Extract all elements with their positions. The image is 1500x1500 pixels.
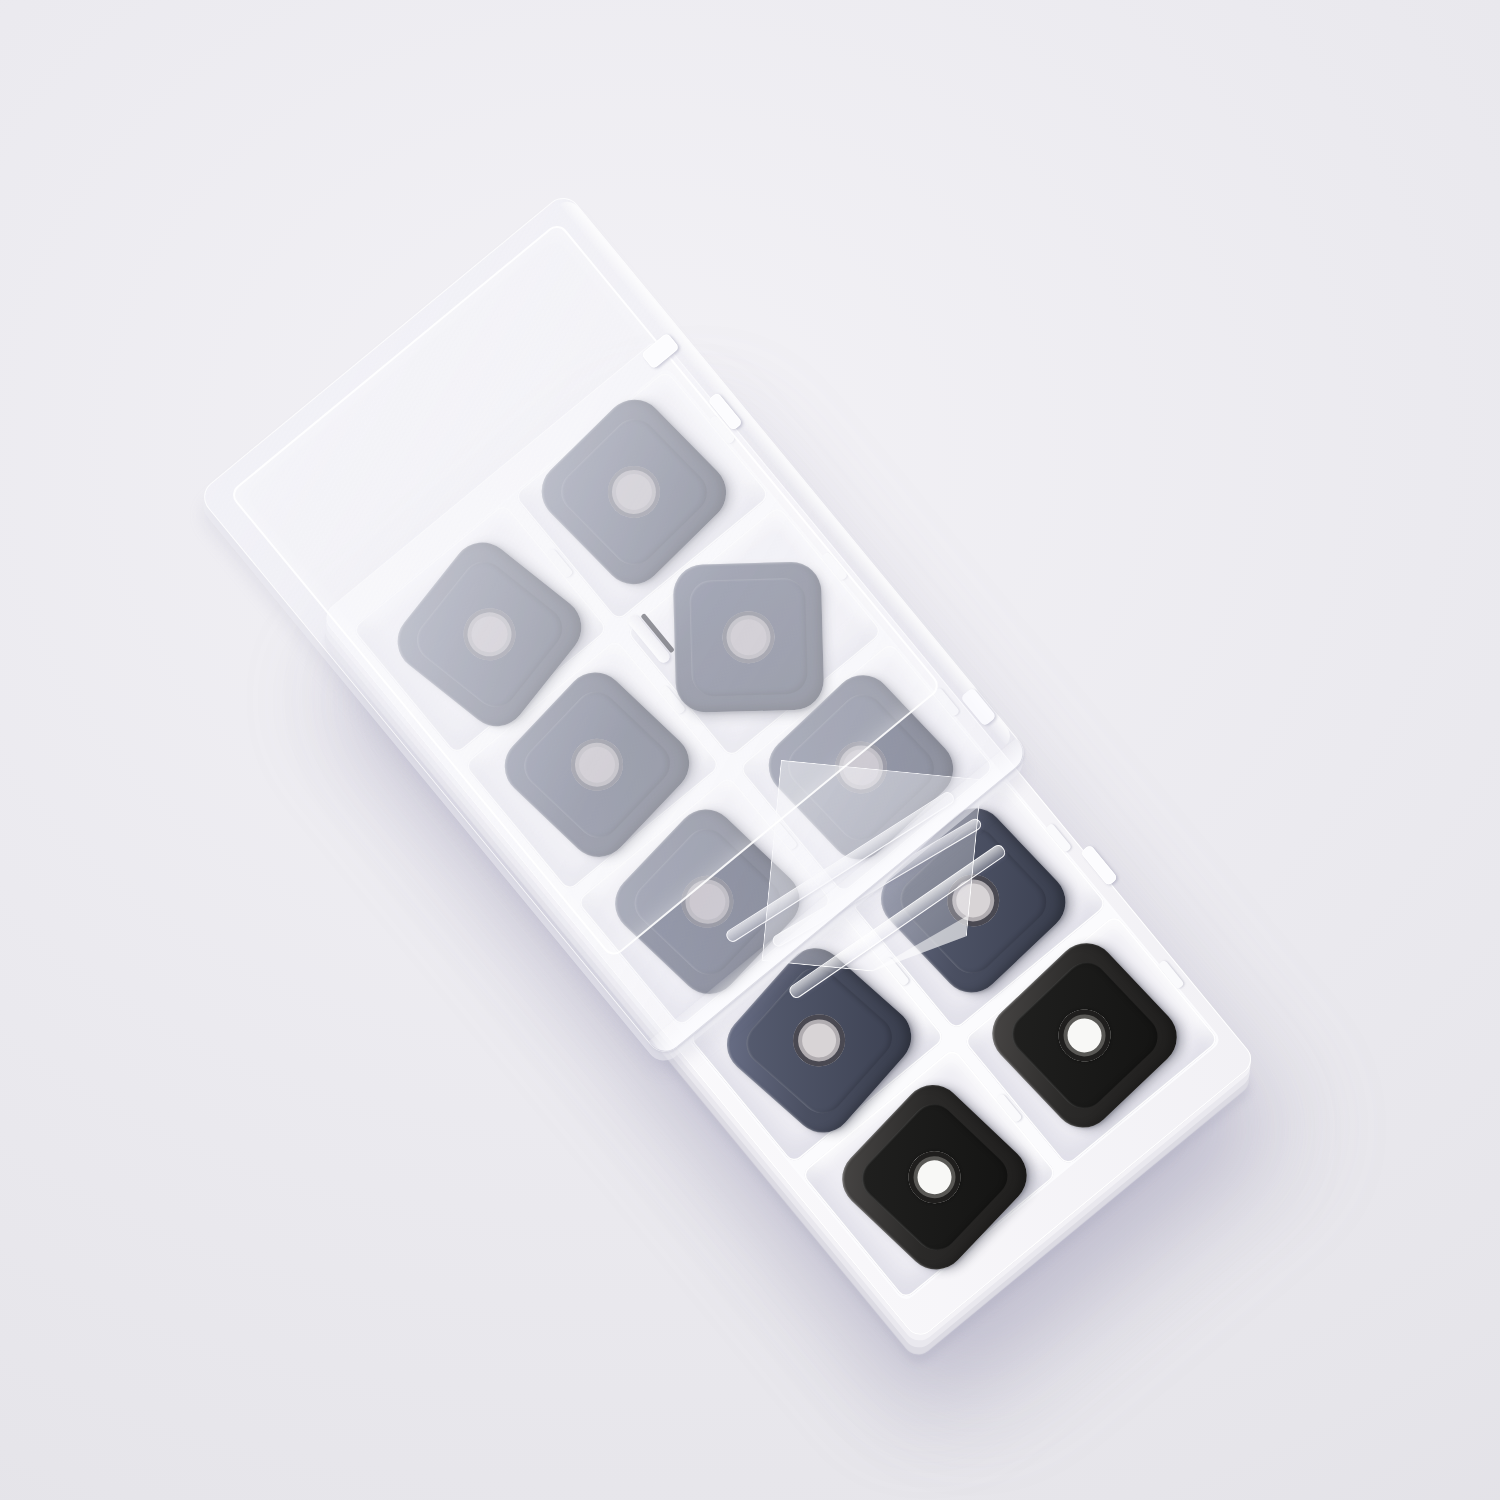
studio-background [0, 0, 1500, 1500]
lid-panel [228, 221, 942, 959]
insert-case [204, 198, 1310, 1401]
